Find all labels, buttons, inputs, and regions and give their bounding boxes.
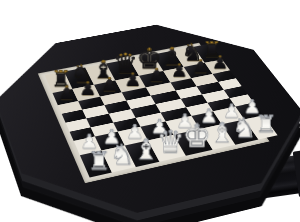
piece-white-knight: ♞ <box>232 114 256 141</box>
piece-white-queen: ♛ <box>157 127 185 158</box>
piece-white-knight: ♞ <box>109 141 134 169</box>
piece-black-pawn: ♟ <box>101 75 118 94</box>
piece-black-pawn: ♟ <box>58 83 75 102</box>
piece-black-pawn: ♟ <box>149 66 165 84</box>
piece-white-king: ♚ <box>183 120 212 152</box>
chess-set-photo: Octagonal black chess set with pull-out … <box>0 0 300 222</box>
piece-white-bishop: ♝ <box>133 135 158 163</box>
piece-white-bishop: ♝ <box>210 119 235 146</box>
chess-board-assembly: ♜♞♝♛♚♝♞♜♟♟♟♟♟♟♟♟♟♟♟♟♟♟♟♟♜♞♝♛♚♝♞♜ <box>0 12 300 222</box>
piece-black-pawn: ♟ <box>124 71 141 89</box>
piece-white-rook: ♜ <box>255 112 276 136</box>
piece-black-pawn: ♟ <box>79 79 96 98</box>
piece-black-pawn: ♟ <box>212 54 228 72</box>
piece-black-pawn: ♟ <box>192 57 208 75</box>
piece-black-pawn: ♟ <box>171 61 187 79</box>
piece-white-rook: ♜ <box>88 149 111 174</box>
square-c7[interactable]: ♟ <box>94 80 122 96</box>
square-g5[interactable] <box>197 82 224 94</box>
square-a7[interactable]: ♟ <box>52 89 77 105</box>
